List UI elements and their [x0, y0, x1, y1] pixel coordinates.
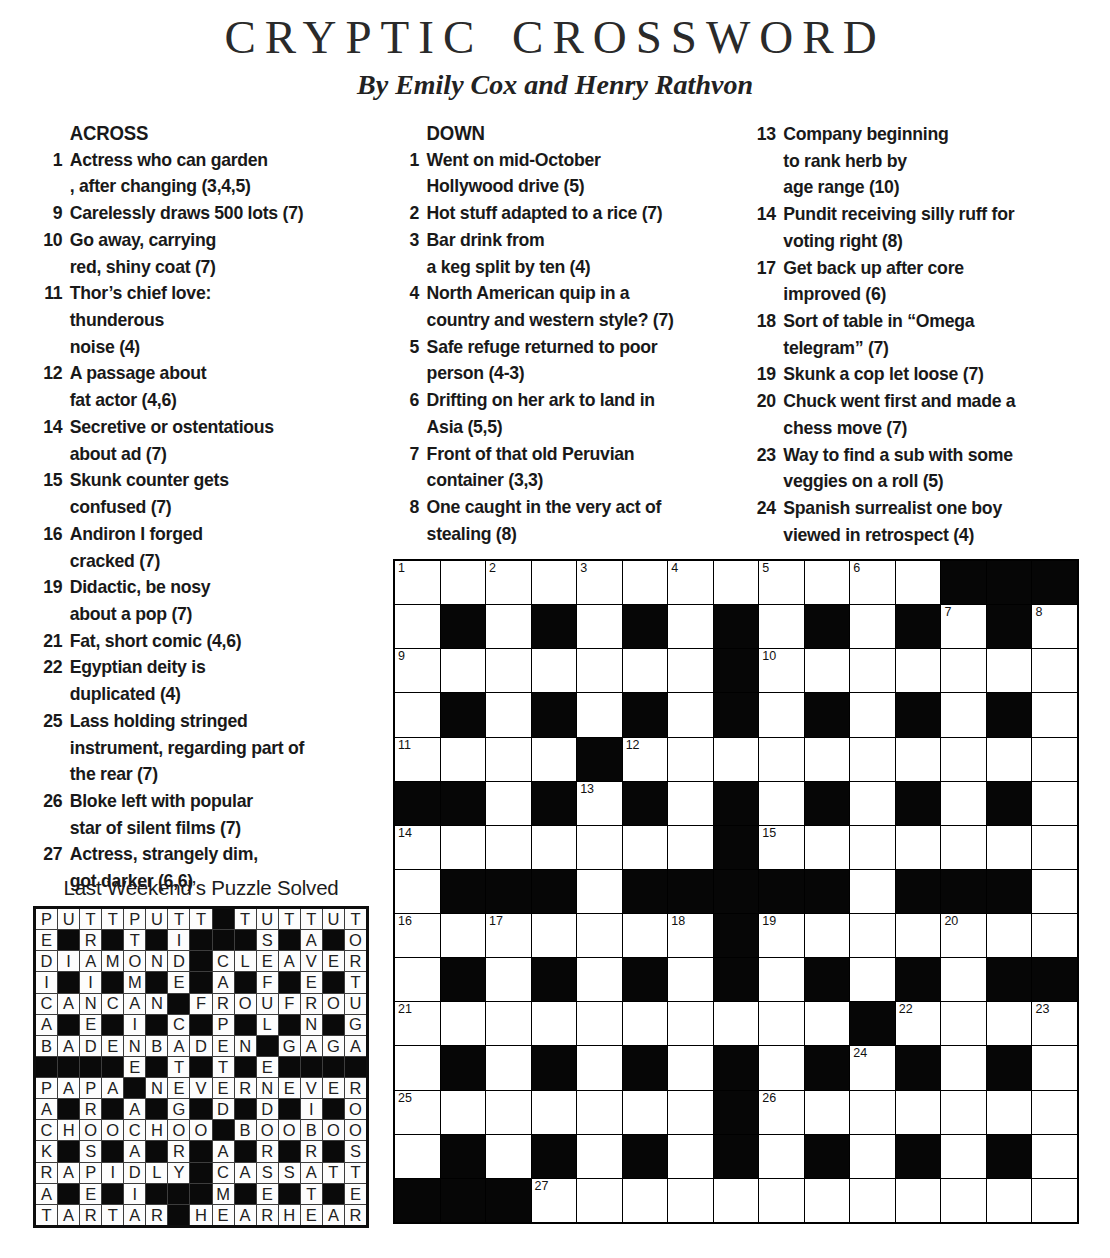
solved-grid-cell: D: [36, 951, 57, 971]
main-grid-cell[interactable]: [1032, 914, 1077, 957]
main-grid-cell[interactable]: [486, 1135, 531, 1178]
main-grid-cell[interactable]: [441, 738, 486, 781]
cell-letter: G: [283, 1038, 296, 1055]
main-grid-cell[interactable]: [532, 561, 577, 604]
clue-number: 9: [40, 200, 62, 226]
main-grid-cell[interactable]: [668, 1046, 713, 1089]
main-grid-cell[interactable]: 8: [1032, 605, 1077, 648]
main-grid-cell[interactable]: [441, 1091, 486, 1134]
cell-letter: L: [152, 1164, 161, 1181]
main-grid-cell[interactable]: [805, 1002, 850, 1045]
main-grid-cell[interactable]: [668, 826, 713, 869]
clue-text: Went on mid-October: [427, 149, 601, 170]
solved-grid-cell: T: [36, 1205, 57, 1225]
main-grid-cell[interactable]: 23: [1032, 1002, 1077, 1045]
main-grid-cell[interactable]: [532, 914, 577, 957]
solved-grid-cell: L: [146, 1163, 167, 1183]
down-clue-14: 14Pundit receiving silly ruff for: [748, 201, 1015, 228]
main-grid-cell-black: [1032, 958, 1077, 1001]
main-grid-cell[interactable]: [759, 782, 804, 825]
main-grid-cell[interactable]: [395, 1135, 440, 1178]
main-grid-cell[interactable]: 17: [486, 914, 531, 957]
main-grid-cell[interactable]: [486, 605, 531, 648]
main-grid-cell[interactable]: [668, 738, 713, 781]
main-grid-cell[interactable]: [532, 826, 577, 869]
main-grid-cell-black: [668, 870, 713, 913]
main-grid-cell[interactable]: [941, 958, 986, 1001]
main-grid-cell[interactable]: [441, 1002, 486, 1045]
clue-text: instrument, regarding part of: [70, 737, 304, 758]
main-grid-cell[interactable]: [1032, 1046, 1077, 1089]
main-grid-cell[interactable]: 4: [668, 561, 713, 604]
solved-grid-cell: I: [102, 1163, 123, 1183]
main-grid-cell[interactable]: [623, 1002, 668, 1045]
solved-grid-cell: O: [124, 951, 145, 971]
solved-grid-cell: R: [257, 1141, 278, 1161]
main-grid-cell[interactable]: [896, 738, 941, 781]
main-grid-cell[interactable]: [759, 1179, 804, 1222]
main-grid-cell[interactable]: [1032, 693, 1077, 736]
solved-grid-cell: E: [213, 1205, 234, 1225]
cell-letter: A: [218, 974, 229, 991]
main-grid-cell[interactable]: [486, 649, 531, 692]
main-grid-cell-black: [987, 782, 1032, 825]
main-grid-cell[interactable]: [577, 1091, 622, 1134]
solved-grid-cell: T: [345, 972, 366, 992]
main-grid-cell[interactable]: [805, 826, 850, 869]
solved-grid-cell: E: [102, 1036, 123, 1056]
main-grid-cell[interactable]: [987, 1002, 1032, 1045]
main-grid-cell[interactable]: [850, 826, 895, 869]
main-grid-cell[interactable]: [850, 870, 895, 913]
main-grid-cell[interactable]: [896, 561, 941, 604]
main-grid-cell[interactable]: [577, 605, 622, 648]
solved-grid-cell: I: [124, 1184, 145, 1204]
cell-letter: E: [350, 1186, 361, 1203]
cell-letter: S: [262, 1164, 273, 1181]
cell-letter: N: [151, 1080, 163, 1097]
main-grid-cell[interactable]: [441, 649, 486, 692]
main-grid-cell[interactable]: [941, 1135, 986, 1178]
main-grid-cell-black: [805, 782, 850, 825]
cell-letter: D: [129, 1164, 141, 1181]
main-grid-cell[interactable]: 10: [759, 649, 804, 692]
main-grid-cell[interactable]: [441, 914, 486, 957]
main-grid-cell[interactable]: [668, 1135, 713, 1178]
main-grid-cell[interactable]: [987, 1179, 1032, 1222]
main-grid-cell[interactable]: [532, 649, 577, 692]
solved-grid-cell: B: [235, 1120, 256, 1140]
main-grid-cell[interactable]: [1032, 1091, 1077, 1134]
cell-letter: S: [350, 1143, 361, 1160]
main-grid-cell[interactable]: 21: [395, 1002, 440, 1045]
main-grid-cell[interactable]: [1032, 826, 1077, 869]
cell-letter: I: [66, 953, 71, 970]
down-clue-1-cont: Hollywood drive (5): [395, 173, 674, 200]
across-clue-10-cont: red, shiny coat (7): [40, 254, 304, 281]
solved-grid-cell-black: [146, 930, 167, 950]
main-grid-cell-black: [532, 870, 577, 913]
solved-grid-cell-black: [124, 1078, 145, 1098]
main-grid-cell[interactable]: 27: [532, 1179, 577, 1222]
main-grid-cell[interactable]: [577, 958, 622, 1001]
solved-grid-cell: N: [146, 994, 167, 1014]
main-grid-cell[interactable]: [896, 826, 941, 869]
main-grid-cell[interactable]: [941, 1179, 986, 1222]
down-continued-clues-column: 13Company beginningto rank herb byage ra…: [748, 121, 1015, 549]
clue-number: 11: [40, 280, 62, 306]
cell-letter: T: [350, 911, 360, 928]
main-grid-cell[interactable]: [850, 782, 895, 825]
main-grid-cell[interactable]: [759, 605, 804, 648]
main-grid-cell[interactable]: [850, 1135, 895, 1178]
clue-text: to rank herb by: [783, 150, 906, 171]
main-grid-cell[interactable]: [1032, 782, 1077, 825]
solved-grid-cell-black: [146, 1057, 167, 1077]
main-grid-cell[interactable]: [486, 1091, 531, 1134]
main-grid-cell[interactable]: 15: [759, 826, 804, 869]
main-grid-cell[interactable]: 7: [941, 605, 986, 648]
solved-grid-cell: D: [257, 1099, 278, 1119]
clue-text: Carelessly draws 500 lots (7): [70, 202, 304, 223]
main-grid-cell[interactable]: [1032, 1135, 1077, 1178]
main-grid-cell[interactable]: 9: [395, 649, 440, 692]
main-grid-cell[interactable]: [896, 1179, 941, 1222]
solved-grid-cell: U: [323, 909, 344, 929]
main-grid-cell[interactable]: [577, 826, 622, 869]
main-grid: 1234567891011121314151617181920212223242…: [393, 559, 1079, 1224]
main-grid-cell[interactable]: [759, 1046, 804, 1089]
cell-letter: O: [173, 1122, 186, 1139]
main-grid-cell[interactable]: [987, 649, 1032, 692]
main-grid-cell[interactable]: [577, 914, 622, 957]
solved-grid-cell: S: [279, 1163, 300, 1183]
main-grid-cell[interactable]: [441, 826, 486, 869]
clue-text: Fat, short comic (4,6): [70, 630, 242, 651]
clue-text: the rear (7): [70, 763, 158, 784]
main-grid-cell[interactable]: [714, 561, 759, 604]
solved-grid-cell: A: [102, 1078, 123, 1098]
main-grid-cell[interactable]: [987, 826, 1032, 869]
main-grid-cell[interactable]: [668, 605, 713, 648]
main-grid-cell[interactable]: 13: [577, 782, 622, 825]
solved-grid-cell: C: [102, 994, 123, 1014]
main-grid-cell[interactable]: [896, 1091, 941, 1134]
cell-letter: R: [217, 995, 229, 1012]
main-grid-cell[interactable]: [668, 649, 713, 692]
main-grid-cell-black: [714, 870, 759, 913]
main-grid-cell[interactable]: [623, 561, 668, 604]
cell-number: 5: [762, 562, 769, 575]
main-grid-cell[interactable]: [987, 914, 1032, 957]
solved-grid-cell: E: [301, 1205, 322, 1225]
solved-grid-cell: C: [36, 1120, 57, 1140]
cell-number: 19: [762, 915, 776, 928]
cell-number: 20: [944, 915, 958, 928]
main-grid-cell[interactable]: [395, 870, 440, 913]
main-grid-cell[interactable]: [577, 1135, 622, 1178]
cell-letter: C: [41, 1122, 53, 1139]
main-grid-cell[interactable]: [850, 1091, 895, 1134]
solved-grid-cell: D: [124, 1163, 145, 1183]
clue-text: star of silent films (7): [70, 817, 241, 838]
down-clue-6-cont: Asia (5,5): [395, 414, 674, 441]
cell-letter: N: [151, 995, 163, 1012]
solved-grid-cell-black: [323, 1015, 344, 1035]
main-grid-cell[interactable]: 16: [395, 914, 440, 957]
solved-grid-cell: T: [102, 909, 123, 929]
main-grid-cell[interactable]: [759, 958, 804, 1001]
main-grid-cell[interactable]: 24: [850, 1046, 895, 1089]
main-grid-cell[interactable]: [941, 1002, 986, 1045]
solved-grid-cell: R: [80, 1099, 101, 1119]
main-grid-cell[interactable]: [759, 1002, 804, 1045]
cell-letter: A: [63, 1038, 74, 1055]
main-grid-cell[interactable]: [805, 649, 850, 692]
solved-grid-cell-black: [190, 1057, 211, 1077]
solved-grid-cell-black: [168, 1205, 189, 1225]
main-grid-cell[interactable]: [850, 1179, 895, 1222]
main-grid-cell[interactable]: [532, 1002, 577, 1045]
cell-letter: C: [217, 953, 229, 970]
clue-text: A passage about: [70, 362, 207, 383]
main-grid-cell[interactable]: [759, 738, 804, 781]
cell-number: 4: [671, 562, 678, 575]
clue-text: Sort of table in “Omega: [783, 310, 974, 331]
main-grid-cell[interactable]: [577, 870, 622, 913]
main-grid-cell[interactable]: [668, 958, 713, 1001]
cell-letter: N: [151, 953, 163, 970]
main-grid-cell-black: [441, 1046, 486, 1089]
cell-letter: I: [309, 1101, 314, 1118]
main-grid-cell[interactable]: [987, 1091, 1032, 1134]
clue-text: chess move (7): [783, 417, 907, 438]
solved-grid-cell-black: [279, 1184, 300, 1204]
main-grid-cell[interactable]: 20: [941, 914, 986, 957]
cell-letter: P: [129, 911, 140, 928]
across-clue-21: 21Fat, short comic (4,6): [40, 628, 304, 655]
main-grid-cell[interactable]: [714, 1179, 759, 1222]
main-grid-cell[interactable]: [395, 605, 440, 648]
cell-letter: C: [107, 995, 119, 1012]
main-grid-cell[interactable]: [850, 693, 895, 736]
main-grid-cell[interactable]: 14: [395, 826, 440, 869]
clue-number: 23: [748, 442, 776, 468]
main-grid-cell[interactable]: [532, 1091, 577, 1134]
down-clue-13-cont: age range (10): [748, 174, 1015, 201]
main-grid-cell[interactable]: [941, 738, 986, 781]
clue-number: 22: [40, 654, 62, 680]
cell-letter: R: [85, 1207, 97, 1224]
solved-grid-cell-black: [58, 1184, 79, 1204]
cell-letter: S: [262, 932, 273, 949]
main-grid-cell[interactable]: [668, 693, 713, 736]
main-grid-cell[interactable]: [805, 1179, 850, 1222]
main-grid-cell[interactable]: [577, 1179, 622, 1222]
main-grid-cell[interactable]: [805, 914, 850, 957]
solved-grid-cell: T: [235, 909, 256, 929]
solved-grid-cell: R: [168, 1141, 189, 1161]
main-grid-cell-black: [532, 1046, 577, 1089]
main-grid-cell[interactable]: 25: [395, 1091, 440, 1134]
main-grid-cell[interactable]: [668, 1091, 713, 1134]
main-grid-cell[interactable]: [1032, 870, 1077, 913]
clue-text: veggies on a roll (5): [783, 470, 943, 491]
main-grid-cell[interactable]: [941, 693, 986, 736]
across-clue-26-cont: star of silent films (7): [40, 815, 304, 842]
main-grid-cell-black: [441, 605, 486, 648]
cell-letter: A: [129, 1101, 140, 1118]
main-grid-cell[interactable]: [850, 605, 895, 648]
solved-grid-cell: E: [301, 972, 322, 992]
main-grid-cell[interactable]: [941, 1046, 986, 1089]
main-grid-cell[interactable]: [532, 738, 577, 781]
solved-grid-cell: E: [257, 1057, 278, 1077]
solved-grid-cell: E: [80, 1015, 101, 1035]
main-grid-cell[interactable]: [805, 561, 850, 604]
main-grid-cell[interactable]: [896, 914, 941, 957]
main-grid-cell[interactable]: [395, 1046, 440, 1089]
main-grid-cell[interactable]: [486, 826, 531, 869]
solved-grid-cell-black: [235, 1184, 256, 1204]
main-grid-cell[interactable]: [577, 649, 622, 692]
cell-letter: T: [130, 932, 140, 949]
cell-letter: L: [241, 953, 250, 970]
main-grid-cell[interactable]: [850, 738, 895, 781]
main-grid-cell[interactable]: [623, 826, 668, 869]
solved-grid-cell-black: [279, 1015, 300, 1035]
main-grid-cell[interactable]: [896, 649, 941, 692]
main-grid-cell[interactable]: [987, 738, 1032, 781]
main-grid-cell-black: [577, 738, 622, 781]
main-grid-cell-black: [987, 561, 1032, 604]
main-grid-cell[interactable]: 26: [759, 1091, 804, 1134]
main-grid-cell[interactable]: [759, 1135, 804, 1178]
main-grid-cell[interactable]: 22: [896, 1002, 941, 1045]
solved-grid-cell: A: [124, 1205, 145, 1225]
across-clues-column: ACROSS 1Actress who can garden, after ch…: [40, 121, 304, 895]
solved-grid-cell: E: [257, 951, 278, 971]
solved-grid-cell: R: [80, 1205, 101, 1225]
main-grid-cell[interactable]: [714, 1002, 759, 1045]
main-grid-cell[interactable]: 12: [623, 738, 668, 781]
main-grid-cell[interactable]: [486, 1046, 531, 1089]
main-grid-cell[interactable]: 3: [577, 561, 622, 604]
clue-number: 25: [40, 708, 62, 734]
solved-grid-cell: A: [58, 1163, 79, 1183]
main-grid-cell[interactable]: 19: [759, 914, 804, 957]
cell-letter: T: [108, 1207, 118, 1224]
main-grid-cell[interactable]: 2: [486, 561, 531, 604]
main-grid-cell[interactable]: [441, 561, 486, 604]
clue-number: 27: [40, 841, 62, 867]
main-grid-cell[interactable]: [668, 1002, 713, 1045]
cell-letter: U: [261, 995, 273, 1012]
cell-letter: R: [85, 932, 97, 949]
across-clue-19-cont: about a pop (7): [40, 601, 304, 628]
down-clue-7: 7Front of that old Peruvian: [395, 441, 674, 468]
main-grid-cell-black: [896, 1135, 941, 1178]
main-grid-cell[interactable]: 18: [668, 914, 713, 957]
solved-grid-cell: O: [345, 1120, 366, 1140]
clue-text: Safe refuge returned to poor: [427, 336, 658, 357]
main-grid-cell[interactable]: [623, 1179, 668, 1222]
main-grid-cell[interactable]: [1032, 649, 1077, 692]
down-clue-24: 24Spanish surrealist one boy: [748, 495, 1015, 522]
solved-grid-cell-black: [102, 1099, 123, 1119]
main-grid-cell[interactable]: [805, 1091, 850, 1134]
clue-text: improved (6): [783, 283, 886, 304]
main-grid-cell[interactable]: [395, 693, 440, 736]
main-grid-cell[interactable]: [395, 958, 440, 1001]
main-grid-cell[interactable]: [486, 782, 531, 825]
solved-grid-cell-black: [146, 1099, 167, 1119]
main-grid-cell[interactable]: [850, 958, 895, 1001]
solved-grid-cell: O: [323, 1120, 344, 1140]
main-grid-cell[interactable]: [714, 738, 759, 781]
main-grid-cell[interactable]: [623, 914, 668, 957]
main-grid-cell[interactable]: 11: [395, 738, 440, 781]
main-grid-cell[interactable]: [623, 1091, 668, 1134]
main-grid-cell[interactable]: [850, 649, 895, 692]
main-grid-cell[interactable]: [850, 914, 895, 957]
down-clue-19: 19Skunk a cop let loose (7): [748, 361, 1015, 388]
down-clue-23-cont: veggies on a roll (5): [748, 468, 1015, 495]
cell-letter: D: [217, 1101, 229, 1118]
cell-letter: A: [240, 1207, 251, 1224]
cell-letter: C: [41, 995, 53, 1012]
cell-letter: F: [196, 995, 206, 1012]
solved-grid-cell: T: [301, 1184, 322, 1204]
cell-letter: D: [261, 1101, 273, 1118]
main-grid-cell[interactable]: [1032, 1179, 1077, 1222]
solved-grid-cell: R: [301, 994, 322, 1014]
main-grid-cell[interactable]: [577, 693, 622, 736]
solved-grid-cell-black: [235, 930, 256, 950]
cell-number: 27: [535, 1180, 549, 1193]
main-grid-cell[interactable]: [623, 649, 668, 692]
main-grid-cell[interactable]: [577, 1046, 622, 1089]
clue-text: Pundit receiving silly ruff for: [783, 203, 1014, 224]
main-grid-cell[interactable]: [486, 958, 531, 1001]
clue-number: 4: [395, 280, 419, 306]
main-grid-cell[interactable]: 6: [850, 561, 895, 604]
main-grid-cell[interactable]: [486, 693, 531, 736]
clue-text: Get back up after core: [783, 257, 963, 278]
main-grid-cell[interactable]: [941, 1091, 986, 1134]
main-grid-cell[interactable]: [668, 782, 713, 825]
solved-grid-cell-black: [102, 1057, 123, 1077]
solved-grid-cell-black: [235, 1057, 256, 1077]
main-grid-cell[interactable]: [941, 782, 986, 825]
solved-grid-cell: E: [36, 930, 57, 950]
main-grid-cell[interactable]: [577, 1002, 622, 1045]
main-grid-cell[interactable]: [668, 1179, 713, 1222]
main-grid-cell[interactable]: [486, 1002, 531, 1045]
main-grid-cell[interactable]: [941, 649, 986, 692]
main-grid-cell[interactable]: 1: [395, 561, 440, 604]
main-grid-cell[interactable]: [759, 693, 804, 736]
solved-grid-cell: O: [168, 1120, 189, 1140]
main-grid-cell[interactable]: [486, 738, 531, 781]
main-grid-cell[interactable]: [1032, 738, 1077, 781]
main-grid-cell[interactable]: [805, 738, 850, 781]
main-grid-cell-black: [941, 561, 986, 604]
main-grid-cell[interactable]: 5: [759, 561, 804, 604]
solved-grid-cell: A: [279, 951, 300, 971]
main-grid-cell[interactable]: [941, 826, 986, 869]
cell-number: 11: [398, 739, 411, 752]
